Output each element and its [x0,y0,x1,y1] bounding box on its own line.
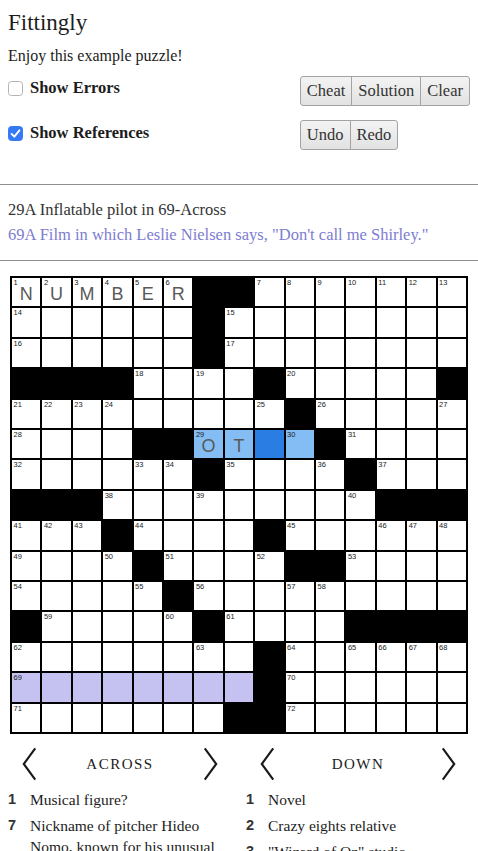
cell-r6c7[interactable]: 29O [194,430,222,458]
cell-r11c10[interactable]: 57 [286,582,314,610]
cell-number: 22 [44,400,52,409]
cell-r11c15[interactable] [438,582,466,610]
cell-r14c6[interactable] [164,673,192,701]
cell-r9c13[interactable]: 46 [377,521,405,549]
cell-number: 52 [257,552,265,561]
cell-r5c5[interactable] [134,400,162,428]
cell-number: 13 [439,278,447,287]
clue-number: 3 [246,841,268,851]
cell-r6c9[interactable] [255,430,283,458]
down-clue-3[interactable]: 3"Wizard of Oz" studio [246,841,470,851]
cell-r13c4[interactable] [103,643,131,671]
cell-r5c10 [286,400,314,428]
cell-r7c2[interactable] [42,460,70,488]
cell-r3c15[interactable] [438,339,466,367]
cell-r14c7[interactable] [194,673,222,701]
cell-r10c4[interactable]: 50 [103,552,131,580]
cell-r14c1[interactable]: 69 [12,673,40,701]
cell-r15c15[interactable] [438,704,466,732]
cell-r13c8[interactable] [225,643,253,671]
cell-r3c9[interactable] [255,339,283,367]
cell-r14c15[interactable] [438,673,466,701]
cell-r9c14[interactable]: 47 [407,521,435,549]
down-clue-1[interactable]: 1Novel [246,789,470,810]
cheat-button[interactable]: Cheat [300,76,353,106]
cell-number: 62 [14,643,22,652]
cell-r1c10[interactable]: 8 [286,278,314,306]
cell-r14c11[interactable] [316,673,344,701]
cell-r3c12[interactable] [346,339,374,367]
cell-r13c15[interactable]: 68 [438,643,466,671]
cell-number: 53 [348,552,356,561]
cell-number: 58 [317,582,325,591]
cell-number: 9 [317,278,321,287]
clue-text: Crazy eights relative [268,815,396,836]
cell-r9c2[interactable]: 42 [42,521,70,549]
cell-r9c9 [255,521,283,549]
cell-r5c15[interactable]: 27 [438,400,466,428]
button-column: CheatSolutionClearUndoRedo [300,76,470,150]
cell-r7c5[interactable]: 33 [134,460,162,488]
cell-r8c6[interactable] [164,491,192,519]
cell-r4c5[interactable]: 18 [134,369,162,397]
cell-r5c6[interactable] [164,400,192,428]
cell-r15c6[interactable] [164,704,192,732]
cell-number: 45 [287,521,295,530]
cell-r2c6[interactable] [164,308,192,336]
cell-r1c11[interactable]: 9 [316,278,344,306]
cell-r4c10[interactable]: 20 [286,369,314,397]
cell-number: 71 [14,704,22,713]
cell-number: 69 [14,673,22,682]
cell-number: 44 [135,521,143,530]
cell-r3c13[interactable] [377,339,405,367]
cell-r6c1[interactable]: 28 [12,430,40,458]
cell-r8c5[interactable] [134,491,162,519]
cell-r5c2[interactable]: 22 [42,400,70,428]
cell-r13c7[interactable]: 63 [194,643,222,671]
clue-bar: 29A Inflatable pilot in 69-Across 69A Fi… [8,185,470,260]
cell-r14c8[interactable] [225,673,253,701]
cell-r14c12[interactable] [346,673,374,701]
crossword-grid: 1N2U3M4B5E6R7891011121314151617181920212… [10,276,468,734]
cell-r15c8 [225,704,253,732]
cell-number: 31 [348,430,356,439]
cell-r2c4[interactable] [103,308,131,336]
cell-r7c4[interactable] [103,460,131,488]
cell-number: 30 [287,430,295,439]
cell-r7c14[interactable] [407,460,435,488]
cell-r12c14 [407,612,435,640]
page-subtitle: Enjoy this example puzzle! [8,45,470,66]
cell-r8c12[interactable]: 40 [346,491,374,519]
cell-r9c3[interactable]: 43 [73,521,101,549]
cell-number: 10 [348,278,356,287]
cell-number: 33 [135,460,143,469]
cell-r13c12[interactable]: 65 [346,643,374,671]
current-clue: 29A Inflatable pilot in 69-Across [8,197,470,222]
down-clue-list: 1Novel2Crazy eights relative3"Wizard of … [246,789,470,851]
across-clue-7[interactable]: 7Nickname of pitcher Hideo Nomo, known f… [8,815,232,851]
cell-r4c6[interactable] [164,369,192,397]
cell-r2c10[interactable] [286,308,314,336]
cell-r1c9[interactable]: 7 [255,278,283,306]
across-header: ACROSS [8,744,232,784]
cell-r12c13 [377,612,405,640]
cell-r12c10[interactable] [286,612,314,640]
clear-button[interactable]: Clear [420,76,470,106]
cell-r2c3[interactable] [73,308,101,336]
cell-number: 55 [135,582,143,591]
cell-r12c11[interactable] [316,612,344,640]
cell-r14c3[interactable] [73,673,101,701]
cell-r12c3[interactable] [73,612,101,640]
cell-r10c1[interactable]: 49 [12,552,40,580]
down-column: DOWN 1Novel2Crazy eights relative3"Wizar… [246,744,470,851]
cell-r9c6[interactable] [164,521,192,549]
cell-r15c10[interactable]: 72 [286,704,314,732]
cell-r10c3[interactable] [73,552,101,580]
cell-r5c1[interactable]: 21 [12,400,40,428]
cell-r7c12 [346,460,374,488]
clue-number: 1 [246,789,268,810]
cell-r9c7[interactable] [194,521,222,549]
cell-r3c1[interactable]: 16 [12,339,40,367]
cell-r2c15[interactable] [438,308,466,336]
cell-r5c13[interactable] [377,400,405,428]
cell-r13c3[interactable] [73,643,101,671]
cell-r11c14[interactable] [407,582,435,610]
checkbox-row-show-errors[interactable]: Show Errors [8,78,149,98]
cell-r11c5[interactable]: 55 [134,582,162,610]
cell-r15c13[interactable] [377,704,405,732]
checkbox-group: Show ErrorsShow References [8,76,149,143]
cell-r14c4[interactable] [103,673,131,701]
cell-r7c9[interactable] [255,460,283,488]
cell-r8c9[interactable] [255,491,283,519]
cell-r10c14[interactable] [407,552,435,580]
down-header: DOWN [246,744,470,784]
cell-r11c1[interactable]: 54 [12,582,40,610]
show-errors-label: Show Errors [30,78,120,98]
cell-number: 23 [74,400,82,409]
redo-button[interactable]: Redo [350,120,399,150]
cell-r11c13[interactable] [377,582,405,610]
cell-r3c5[interactable] [134,339,162,367]
cell-r6c12[interactable]: 31 [346,430,374,458]
cell-number: 48 [439,521,447,530]
cell-r11c3[interactable] [73,582,101,610]
cell-number: 16 [14,339,22,348]
cell-r14c13[interactable] [377,673,405,701]
cell-r12c2[interactable]: 59 [42,612,70,640]
cell-number: 34 [165,460,173,469]
cell-r3c7 [194,339,222,367]
cell-r15c5[interactable] [134,704,162,732]
cell-r1c1[interactable]: 1N [12,278,40,306]
cell-r1c13[interactable]: 11 [377,278,405,306]
solution-button[interactable]: Solution [351,76,421,106]
cell-r1c14[interactable]: 12 [407,278,435,306]
cell-r9c10[interactable]: 45 [286,521,314,549]
cell-r12c6[interactable]: 60 [164,612,192,640]
cell-r6c3[interactable] [73,430,101,458]
cell-r10c9[interactable]: 52 [255,552,283,580]
cell-r5c8[interactable] [225,400,253,428]
cell-r7c1[interactable]: 32 [12,460,40,488]
cell-r12c4[interactable] [103,612,131,640]
cell-r2c13[interactable] [377,308,405,336]
clue-number: 2 [246,815,268,836]
cell-r8c1 [12,491,40,519]
cell-r4c8[interactable] [225,369,253,397]
cell-number: 59 [44,612,52,621]
cell-number: 21 [14,400,22,409]
cell-r2c12[interactable] [346,308,374,336]
cell-r1c6[interactable]: 6R [164,278,192,306]
undo-button[interactable]: Undo [300,120,351,150]
cell-number: 36 [317,460,325,469]
cell-number: 61 [226,612,234,621]
cell-r13c13[interactable]: 66 [377,643,405,671]
cell-r14c10[interactable]: 70 [286,673,314,701]
cell-r4c14[interactable] [407,369,435,397]
cell-r4c2 [42,369,70,397]
cell-r11c8[interactable] [225,582,253,610]
cell-r7c6[interactable]: 34 [164,460,192,488]
cell-r10c7[interactable] [194,552,222,580]
cell-r10c8[interactable] [225,552,253,580]
cell-r6c15[interactable] [438,430,466,458]
across-heading: ACROSS [86,756,153,773]
cell-number: 17 [226,339,234,348]
cell-r15c7[interactable] [194,704,222,732]
cell-r13c10[interactable]: 64 [286,643,314,671]
cell-r8c2 [42,491,70,519]
cell-r2c9[interactable] [255,308,283,336]
cell-letter: E [134,278,162,306]
cell-letter: N [12,278,40,306]
cell-r8c7[interactable]: 39 [194,491,222,519]
cell-r15c2[interactable] [42,704,70,732]
cell-r6c14[interactable] [407,430,435,458]
show-references-checkbox[interactable] [8,126,23,141]
cell-number: 56 [196,582,204,591]
divider-bottom [0,260,478,261]
cell-r13c11[interactable] [316,643,344,671]
cell-r10c13[interactable] [377,552,405,580]
cell-r5c9[interactable]: 25 [255,400,283,428]
cell-letter: T [225,430,253,458]
down-heading: DOWN [332,756,385,773]
clue-text: Musical figure? [30,789,128,810]
cell-r5c11[interactable]: 26 [316,400,344,428]
cell-number: 7 [257,278,261,287]
cell-number: 26 [317,400,325,409]
clue-lists-section: ACROSS 1Musical figure?7Nickname of pitc… [8,744,470,851]
cell-r6c11 [316,430,344,458]
cell-r3c8[interactable]: 17 [225,339,253,367]
cell-r15c12[interactable] [346,704,374,732]
cell-r5c14[interactable] [407,400,435,428]
cell-r12c1 [12,612,40,640]
cell-r15c3[interactable] [73,704,101,732]
cell-r5c3[interactable]: 23 [73,400,101,428]
cell-r4c3 [73,369,101,397]
cell-r13c14[interactable]: 67 [407,643,435,671]
cell-r8c10[interactable] [286,491,314,519]
down-next-button[interactable] [439,746,458,782]
down-clue-2[interactable]: 2Crazy eights relative [246,815,470,836]
cell-r2c8[interactable]: 15 [225,308,253,336]
cell-r10c2[interactable] [42,552,70,580]
cell-r13c6[interactable] [164,643,192,671]
cell-r9c11[interactable] [316,521,344,549]
cell-r4c13[interactable] [377,369,405,397]
cell-letter: M [73,278,101,306]
checkbox-row-show-references[interactable]: Show References [8,123,149,143]
cell-r9c5[interactable]: 44 [134,521,162,549]
cell-r13c5[interactable] [134,643,162,671]
cell-r11c12[interactable] [346,582,374,610]
cell-r12c15 [438,612,466,640]
cell-r10c10 [286,552,314,580]
cell-r15c14[interactable] [407,704,435,732]
cell-r12c8[interactable]: 61 [225,612,253,640]
cell-r7c11[interactable]: 36 [316,460,344,488]
cell-number: 24 [105,400,113,409]
cell-r9c15[interactable]: 48 [438,521,466,549]
cell-number: 42 [44,521,52,530]
cell-r8c4[interactable]: 38 [103,491,131,519]
cell-r9c1[interactable]: 41 [12,521,40,549]
cell-r11c2[interactable] [42,582,70,610]
cell-r3c11[interactable] [316,339,344,367]
cell-r5c4[interactable]: 24 [103,400,131,428]
cell-r11c6 [164,582,192,610]
cell-r10c11 [316,552,344,580]
cell-r7c3[interactable] [73,460,101,488]
cell-r9c12[interactable] [346,521,374,549]
cell-r9c4 [103,521,131,549]
cell-r15c4[interactable] [103,704,131,732]
cell-number: 65 [348,643,356,652]
cell-r3c6[interactable] [164,339,192,367]
cell-r7c13[interactable]: 37 [377,460,405,488]
cell-r1c12[interactable]: 10 [346,278,374,306]
across-clue-1[interactable]: 1Musical figure? [8,789,232,810]
cell-r4c11[interactable] [316,369,344,397]
cell-r2c11[interactable] [316,308,344,336]
clue-text: Novel [268,789,306,810]
referenced-clue-link[interactable]: 69A Film in which Leslie Nielsen says, "… [8,222,470,247]
cell-r10c6[interactable]: 51 [164,552,192,580]
cell-r2c14[interactable] [407,308,435,336]
cell-number: 60 [165,612,173,621]
cell-r7c15[interactable] [438,460,466,488]
cell-r4c7[interactable]: 19 [194,369,222,397]
cell-number: 41 [14,521,22,530]
cell-r5c12[interactable] [346,400,374,428]
cell-r3c10[interactable] [286,339,314,367]
cell-number: 38 [105,491,113,500]
cell-r7c8[interactable]: 35 [225,460,253,488]
across-next-button[interactable] [201,746,220,782]
cell-r8c14 [407,491,435,519]
cell-r10c12[interactable]: 53 [346,552,374,580]
cell-r12c5[interactable] [134,612,162,640]
cell-r6c2[interactable] [42,430,70,458]
cell-r10c15[interactable] [438,552,466,580]
cell-r1c2[interactable]: 2U [42,278,70,306]
cell-r6c4[interactable] [103,430,131,458]
cell-r15c9 [255,704,283,732]
cell-r6c10[interactable]: 30 [286,430,314,458]
cell-r2c5[interactable] [134,308,162,336]
cell-r2c1[interactable]: 14 [12,308,40,336]
cell-r6c13[interactable] [377,430,405,458]
across-prev-button[interactable] [20,746,39,782]
cell-r3c2[interactable] [42,339,70,367]
show-errors-checkbox[interactable] [8,81,23,96]
cell-r14c14[interactable] [407,673,435,701]
cell-r11c9[interactable] [255,582,283,610]
cell-r1c4[interactable]: 4B [103,278,131,306]
cell-r8c8[interactable] [225,491,253,519]
page-title: Fittingly [8,10,470,36]
cell-number: 14 [14,308,22,317]
down-prev-button[interactable] [258,746,277,782]
cell-r4c1 [12,369,40,397]
cell-letter: B [103,278,131,306]
cell-r15c11[interactable] [316,704,344,732]
cell-r12c9[interactable] [255,612,283,640]
cell-r7c7 [194,460,222,488]
cell-r1c5[interactable]: 5E [134,278,162,306]
cell-r8c15 [438,491,466,519]
cell-r14c2[interactable] [42,673,70,701]
cell-r13c2[interactable] [42,643,70,671]
cell-r2c2[interactable] [42,308,70,336]
cell-r11c7[interactable]: 56 [194,582,222,610]
cell-r3c3[interactable] [73,339,101,367]
cell-r4c12[interactable] [346,369,374,397]
cell-r8c11[interactable] [316,491,344,519]
cell-r13c9 [255,643,283,671]
cell-r5c7[interactable] [194,400,222,428]
cell-r13c1[interactable]: 62 [12,643,40,671]
cell-number: 8 [287,278,291,287]
cell-r6c8[interactable]: T [225,430,253,458]
cell-r1c3[interactable]: 3M [73,278,101,306]
cell-r3c4[interactable] [103,339,131,367]
cell-r3c14[interactable] [407,339,435,367]
cell-r11c11[interactable]: 58 [316,582,344,610]
cell-r15c1[interactable]: 71 [12,704,40,732]
cell-number: 20 [287,369,295,378]
cell-number: 66 [378,643,386,652]
across-clue-list: 1Musical figure?7Nickname of pitcher Hid… [8,789,232,851]
button-group: UndoRedo [300,120,399,150]
cell-number: 15 [226,308,234,317]
cell-r4c15 [438,369,466,397]
cell-r14c5[interactable] [134,673,162,701]
cell-r9c8[interactable] [225,521,253,549]
cell-r7c10[interactable] [286,460,314,488]
cell-number: 37 [378,460,386,469]
cell-r11c4[interactable] [103,582,131,610]
cell-r1c15[interactable]: 13 [438,278,466,306]
